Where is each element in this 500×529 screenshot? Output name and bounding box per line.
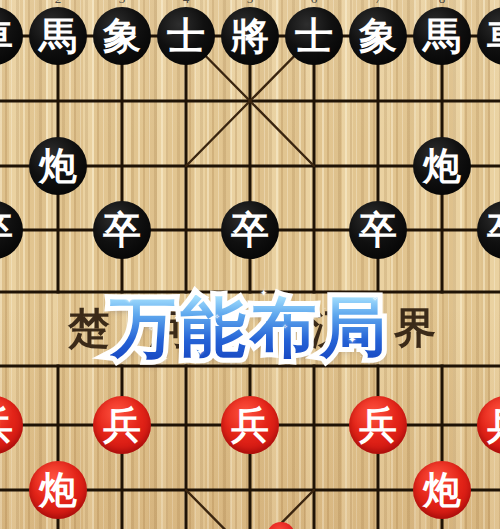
xiangqi-screenshot: 123456789 楚河汉界 車馬象士將士象馬車炮炮卒卒卒卒卒兵兵兵兵兵炮炮 万… — [0, 0, 500, 529]
piece-black-c5-r0[interactable]: 將 — [221, 7, 279, 65]
river-label-界: 界 — [394, 307, 436, 349]
piece-red-c8-r7[interactable]: 炮 — [413, 461, 471, 519]
piece-black-c3-r3[interactable]: 卒 — [93, 201, 151, 259]
column-number-6: 6 — [311, 0, 318, 5]
piece-black-c8-r2[interactable]: 炮 — [413, 137, 471, 195]
caption-overlay: 万能布局 万能布局 ✦✧·✦✧·✦✧✦·✦✧·✦ — [110, 295, 390, 361]
column-number-2: 2 — [55, 0, 62, 5]
piece-black-c8-r0[interactable]: 馬 — [413, 7, 471, 65]
piece-black-c4-r0[interactable]: 士 — [157, 7, 215, 65]
piece-black-c7-r0[interactable]: 象 — [349, 7, 407, 65]
piece-black-c3-r0[interactable]: 象 — [93, 7, 151, 65]
column-number-5: 5 — [247, 0, 254, 5]
piece-red-c7-r6[interactable]: 兵 — [349, 396, 407, 454]
piece-black-c6-r0[interactable]: 士 — [285, 7, 343, 65]
piece-red-c3-r6[interactable]: 兵 — [93, 396, 151, 454]
piece-black-c7-r3[interactable]: 卒 — [349, 201, 407, 259]
piece-black-c2-r2[interactable]: 炮 — [29, 137, 87, 195]
piece-black-c2-r0[interactable]: 馬 — [29, 7, 87, 65]
piece-red-c2-r7[interactable]: 炮 — [29, 461, 87, 519]
river-label-楚: 楚 — [68, 308, 110, 350]
piece-red-c5-r6[interactable]: 兵 — [221, 396, 279, 454]
piece-black-c5-r3[interactable]: 卒 — [221, 201, 279, 259]
column-number-4: 4 — [183, 0, 190, 5]
caption-text: 万能布局 — [110, 295, 390, 361]
column-number-7: 7 — [375, 0, 382, 5]
column-number-3: 3 — [119, 0, 126, 5]
column-number-8: 8 — [439, 0, 446, 5]
